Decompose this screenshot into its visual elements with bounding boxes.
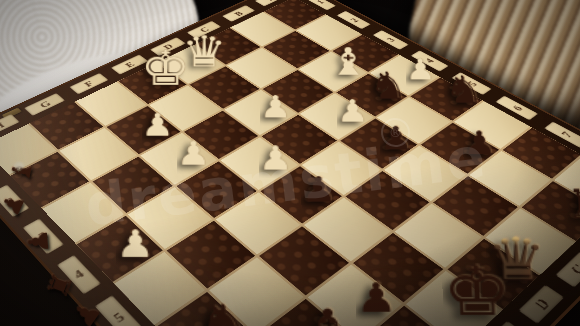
black-king-e8: ♚ (441, 258, 512, 326)
black-knight-h6: ♞ (197, 297, 251, 326)
black-rook-b8: ♜ (565, 184, 580, 225)
black-pawn-f7: ♟ (355, 278, 397, 319)
plate-D: D (518, 285, 564, 324)
square-e8: ♚ (405, 271, 501, 326)
white-pawn-c4: ♟ (337, 96, 369, 127)
chessboard-photo: HHGGFFEEDDCCBBAA1122334455667788 ♚♛♟♟♟♝♟… (0, 0, 580, 326)
black-knight-b4: ♞ (368, 67, 408, 105)
white-pawn-f2: ♟ (141, 109, 174, 141)
captured-black-piece: ♟ (24, 228, 53, 254)
white-pawn-d3: ♟ (260, 92, 292, 123)
captured-black-piece: ♝ (7, 157, 37, 185)
felt-base-spot (14, 162, 24, 169)
white-bishop-b3: ♝ (328, 43, 368, 81)
black-bishop-g7: ♝ (299, 301, 357, 326)
